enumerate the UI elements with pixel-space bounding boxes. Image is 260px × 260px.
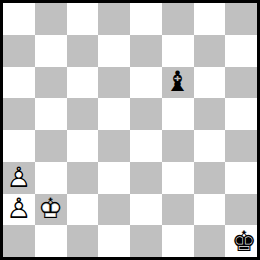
white-king-piece: ♔ <box>35 194 67 226</box>
black-king-piece: ♚ <box>228 226 260 258</box>
square-a2[interactable]: ♟♙ <box>3 194 35 226</box>
square-e2[interactable] <box>130 194 162 226</box>
square-f6[interactable]: ♝ <box>162 67 194 99</box>
square-f1[interactable] <box>162 225 194 257</box>
square-d1[interactable] <box>98 225 130 257</box>
square-a5[interactable] <box>3 98 35 130</box>
square-b1[interactable] <box>35 225 67 257</box>
square-g8[interactable] <box>194 3 226 35</box>
square-c2[interactable] <box>67 194 99 226</box>
square-b2[interactable]: ♚♔ <box>35 194 67 226</box>
square-f5[interactable] <box>162 98 194 130</box>
square-h2[interactable] <box>225 194 257 226</box>
black-bishop-piece: ♝ <box>162 67 194 99</box>
chess-board-frame: ♝♟♙♟♙♚♔♚ <box>0 0 260 260</box>
square-h8[interactable] <box>225 3 257 35</box>
square-h5[interactable] <box>225 98 257 130</box>
square-f2[interactable] <box>162 194 194 226</box>
square-c6[interactable] <box>67 67 99 99</box>
square-a4[interactable] <box>3 130 35 162</box>
square-d8[interactable] <box>98 3 130 35</box>
square-a7[interactable] <box>3 35 35 67</box>
square-h1[interactable]: ♚ <box>225 225 257 257</box>
white-pawn-fill: ♟ <box>3 162 35 194</box>
square-c8[interactable] <box>67 3 99 35</box>
square-d5[interactable] <box>98 98 130 130</box>
square-f4[interactable] <box>162 130 194 162</box>
white-pawn-piece: ♙ <box>3 162 35 194</box>
square-c3[interactable] <box>67 162 99 194</box>
square-e1[interactable] <box>130 225 162 257</box>
square-g7[interactable] <box>194 35 226 67</box>
square-b3[interactable] <box>35 162 67 194</box>
square-e7[interactable] <box>130 35 162 67</box>
square-f7[interactable] <box>162 35 194 67</box>
square-g4[interactable] <box>194 130 226 162</box>
square-c1[interactable] <box>67 225 99 257</box>
white-king-fill: ♚ <box>35 194 67 226</box>
white-pawn-piece: ♙ <box>3 194 35 226</box>
square-e4[interactable] <box>130 130 162 162</box>
square-f8[interactable] <box>162 3 194 35</box>
square-e3[interactable] <box>130 162 162 194</box>
square-h6[interactable] <box>225 67 257 99</box>
square-a1[interactable] <box>3 225 35 257</box>
square-c4[interactable] <box>67 130 99 162</box>
square-g1[interactable] <box>194 225 226 257</box>
square-h7[interactable] <box>225 35 257 67</box>
square-b6[interactable] <box>35 67 67 99</box>
square-d7[interactable] <box>98 35 130 67</box>
square-c5[interactable] <box>67 98 99 130</box>
chess-board: ♝♟♙♟♙♚♔♚ <box>3 3 257 257</box>
square-d3[interactable] <box>98 162 130 194</box>
square-h3[interactable] <box>225 162 257 194</box>
square-d4[interactable] <box>98 130 130 162</box>
square-g2[interactable] <box>194 194 226 226</box>
square-b8[interactable] <box>35 3 67 35</box>
square-b7[interactable] <box>35 35 67 67</box>
square-a3[interactable]: ♟♙ <box>3 162 35 194</box>
white-pawn-fill: ♟ <box>3 194 35 226</box>
square-e8[interactable] <box>130 3 162 35</box>
square-c7[interactable] <box>67 35 99 67</box>
square-e5[interactable] <box>130 98 162 130</box>
square-a8[interactable] <box>3 3 35 35</box>
square-g5[interactable] <box>194 98 226 130</box>
square-f3[interactable] <box>162 162 194 194</box>
square-b4[interactable] <box>35 130 67 162</box>
square-g3[interactable] <box>194 162 226 194</box>
square-b5[interactable] <box>35 98 67 130</box>
square-e6[interactable] <box>130 67 162 99</box>
square-d6[interactable] <box>98 67 130 99</box>
square-a6[interactable] <box>3 67 35 99</box>
square-h4[interactable] <box>225 130 257 162</box>
square-g6[interactable] <box>194 67 226 99</box>
square-d2[interactable] <box>98 194 130 226</box>
